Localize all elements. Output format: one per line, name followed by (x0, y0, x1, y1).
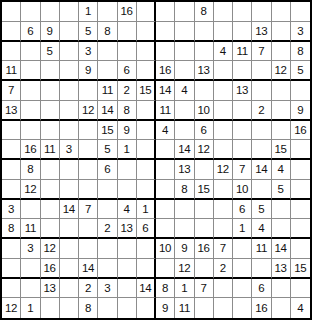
cell-r11c11[interactable] (195, 200, 214, 220)
cell-r2c16[interactable]: 3 (291, 22, 310, 42)
cell-r15c12[interactable] (214, 279, 233, 299)
cell-r14c12[interactable]: 2 (214, 259, 233, 279)
cell-r5c13[interactable]: 13 (233, 81, 252, 101)
cell-r5c10[interactable]: 4 (175, 81, 194, 101)
cell-r12c7[interactable]: 13 (118, 219, 137, 239)
cell-r13c12[interactable]: 7 (214, 239, 233, 259)
cell-r14c14[interactable] (252, 259, 271, 279)
cell-r9c13[interactable]: 7 (233, 160, 252, 180)
cell-r3c12[interactable]: 4 (214, 42, 233, 62)
cell-r14c1[interactable] (2, 259, 21, 279)
cell-r7c11[interactable]: 6 (195, 121, 214, 141)
cell-r13c16[interactable] (291, 239, 310, 259)
cell-r12c3[interactable] (41, 219, 60, 239)
cell-r1c9[interactable] (156, 2, 175, 22)
cell-r10c8[interactable] (137, 180, 156, 200)
cell-r2c6[interactable]: 8 (98, 22, 117, 42)
cell-r2c13[interactable] (233, 22, 252, 42)
cell-r16c9[interactable]: 9 (156, 298, 175, 318)
cell-r13c10[interactable]: 9 (175, 239, 194, 259)
cell-r4c3[interactable] (41, 61, 60, 81)
cell-r16c16[interactable]: 4 (291, 298, 310, 318)
cell-r5c4[interactable] (60, 81, 79, 101)
cell-r13c15[interactable]: 14 (272, 239, 291, 259)
cell-r13c4[interactable] (60, 239, 79, 259)
cell-r15c7[interactable] (118, 279, 137, 299)
cell-r12c12[interactable] (214, 219, 233, 239)
cell-r13c14[interactable]: 11 (252, 239, 271, 259)
cell-r9c15[interactable]: 4 (272, 160, 291, 180)
cell-r6c9[interactable]: 11 (156, 101, 175, 121)
cell-r10c10[interactable]: 8 (175, 180, 194, 200)
cell-r7c6[interactable]: 15 (98, 121, 117, 141)
cell-r2c8[interactable] (137, 22, 156, 42)
cell-r7c1[interactable] (2, 121, 21, 141)
cell-r8c4[interactable]: 3 (60, 140, 79, 160)
cell-r14c3[interactable]: 16 (41, 259, 60, 279)
cell-r12c8[interactable]: 6 (137, 219, 156, 239)
cell-r8c14[interactable] (252, 140, 271, 160)
cell-r6c1[interactable]: 13 (2, 101, 21, 121)
cell-r7c4[interactable] (60, 121, 79, 141)
cell-r16c10[interactable]: 11 (175, 298, 194, 318)
cell-r11c1[interactable]: 3 (2, 200, 21, 220)
cell-r8c1[interactable] (2, 140, 21, 160)
cell-r16c11[interactable] (195, 298, 214, 318)
cell-r14c6[interactable] (98, 259, 117, 279)
cell-r1c4[interactable] (60, 2, 79, 22)
cell-r16c8[interactable] (137, 298, 156, 318)
cell-r1c13[interactable] (233, 2, 252, 22)
cell-r7c15[interactable] (272, 121, 291, 141)
cell-r15c3[interactable]: 13 (41, 279, 60, 299)
cell-r8c16[interactable] (291, 140, 310, 160)
cell-r1c3[interactable] (41, 2, 60, 22)
cell-r1c10[interactable] (175, 2, 194, 22)
cell-r7c12[interactable] (214, 121, 233, 141)
cell-r15c13[interactable] (233, 279, 252, 299)
cell-r13c7[interactable] (118, 239, 137, 259)
cell-r8c15[interactable]: 15 (272, 140, 291, 160)
cell-r6c11[interactable]: 10 (195, 101, 214, 121)
cell-r15c2[interactable] (21, 279, 40, 299)
cell-r10c13[interactable]: 10 (233, 180, 252, 200)
cell-r7c2[interactable] (21, 121, 40, 141)
cell-r5c7[interactable]: 2 (118, 81, 137, 101)
cell-r10c15[interactable]: 5 (272, 180, 291, 200)
cell-r15c5[interactable]: 2 (79, 279, 98, 299)
cell-r4c8[interactable] (137, 61, 156, 81)
cell-r3c10[interactable] (175, 42, 194, 62)
cell-r4c12[interactable] (214, 61, 233, 81)
cell-r11c6[interactable] (98, 200, 117, 220)
cell-r15c1[interactable] (2, 279, 21, 299)
cell-r2c2[interactable]: 6 (21, 22, 40, 42)
cell-r3c15[interactable] (272, 42, 291, 62)
cell-r12c14[interactable]: 4 (252, 219, 271, 239)
cell-r6c13[interactable] (233, 101, 252, 121)
cell-r10c2[interactable]: 12 (21, 180, 40, 200)
cell-r8c8[interactable] (137, 140, 156, 160)
cell-r15c14[interactable]: 6 (252, 279, 271, 299)
cell-r11c13[interactable]: 6 (233, 200, 252, 220)
cell-r14c7[interactable] (118, 259, 137, 279)
cell-r10c9[interactable] (156, 180, 175, 200)
cell-r1c12[interactable] (214, 2, 233, 22)
cell-r11c2[interactable] (21, 200, 40, 220)
cell-r6c5[interactable]: 12 (79, 101, 98, 121)
cell-r4c15[interactable]: 12 (272, 61, 291, 81)
cell-r7c14[interactable] (252, 121, 271, 141)
cell-r2c12[interactable] (214, 22, 233, 42)
cell-r14c5[interactable]: 14 (79, 259, 98, 279)
cell-r12c1[interactable]: 8 (2, 219, 21, 239)
cell-r6c7[interactable]: 8 (118, 101, 137, 121)
cell-r9c9[interactable] (156, 160, 175, 180)
cell-r15c16[interactable] (291, 279, 310, 299)
cell-r10c4[interactable] (60, 180, 79, 200)
cell-r3c3[interactable]: 5 (41, 42, 60, 62)
cell-r6c6[interactable]: 14 (98, 101, 117, 121)
cell-r6c4[interactable] (60, 101, 79, 121)
cell-r5c2[interactable] (21, 81, 40, 101)
cell-r5c9[interactable]: 14 (156, 81, 175, 101)
cell-r16c13[interactable] (233, 298, 252, 318)
cell-r11c8[interactable]: 1 (137, 200, 156, 220)
cell-r13c13[interactable] (233, 239, 252, 259)
cell-r14c4[interactable] (60, 259, 79, 279)
cell-r5c15[interactable] (272, 81, 291, 101)
cell-r12c9[interactable] (156, 219, 175, 239)
cell-r7c16[interactable]: 16 (291, 121, 310, 141)
cell-r10c1[interactable] (2, 180, 21, 200)
cell-r11c10[interactable] (175, 200, 194, 220)
cell-r13c8[interactable] (137, 239, 156, 259)
cell-r16c1[interactable]: 12 (2, 298, 21, 318)
cell-r14c13[interactable] (233, 259, 252, 279)
cell-r8c7[interactable]: 1 (118, 140, 137, 160)
cell-r15c8[interactable]: 14 (137, 279, 156, 299)
cell-r4c5[interactable]: 9 (79, 61, 98, 81)
cell-r7c9[interactable]: 4 (156, 121, 175, 141)
cell-r8c11[interactable]: 12 (195, 140, 214, 160)
cell-r15c4[interactable] (60, 279, 79, 299)
cell-r5c12[interactable] (214, 81, 233, 101)
cell-r15c11[interactable]: 7 (195, 279, 214, 299)
cell-r7c5[interactable] (79, 121, 98, 141)
cell-r1c6[interactable] (98, 2, 117, 22)
cell-r13c9[interactable]: 10 (156, 239, 175, 259)
cell-r16c7[interactable] (118, 298, 137, 318)
cell-r4c7[interactable]: 6 (118, 61, 137, 81)
cell-r9c7[interactable] (118, 160, 137, 180)
cell-r3c16[interactable]: 8 (291, 42, 310, 62)
cell-r9c3[interactable] (41, 160, 60, 180)
cell-r2c4[interactable] (60, 22, 79, 42)
cell-r5c3[interactable] (41, 81, 60, 101)
cell-r15c9[interactable]: 8 (156, 279, 175, 299)
cell-r14c10[interactable]: 12 (175, 259, 194, 279)
cell-r9c14[interactable]: 14 (252, 160, 271, 180)
cell-r8c10[interactable]: 14 (175, 140, 194, 160)
cell-r4c13[interactable] (233, 61, 252, 81)
cell-r9c10[interactable]: 13 (175, 160, 194, 180)
cell-r9c4[interactable] (60, 160, 79, 180)
cell-r2c5[interactable]: 5 (79, 22, 98, 42)
sudoku-board: 1168695813353411781196161312571121514413… (0, 0, 312, 320)
cell-r5c8[interactable]: 15 (137, 81, 156, 101)
cell-r1c1[interactable] (2, 2, 21, 22)
cell-r1c5[interactable]: 1 (79, 2, 98, 22)
cell-r8c2[interactable]: 16 (21, 140, 40, 160)
cell-r10c12[interactable] (214, 180, 233, 200)
cell-r7c8[interactable] (137, 121, 156, 141)
cell-r2c14[interactable]: 13 (252, 22, 271, 42)
cell-r15c15[interactable] (272, 279, 291, 299)
cell-r11c12[interactable] (214, 200, 233, 220)
cell-r3c7[interactable] (118, 42, 137, 62)
cell-r13c6[interactable] (98, 239, 117, 259)
cell-r10c11[interactable]: 15 (195, 180, 214, 200)
cell-r16c3[interactable] (41, 298, 60, 318)
cell-r6c15[interactable] (272, 101, 291, 121)
cell-r1c7[interactable]: 16 (118, 2, 137, 22)
cell-r8c3[interactable]: 11 (41, 140, 60, 160)
cell-r9c2[interactable]: 8 (21, 160, 40, 180)
cell-r13c2[interactable]: 3 (21, 239, 40, 259)
cell-r3c2[interactable] (21, 42, 40, 62)
cell-r2c1[interactable] (2, 22, 21, 42)
cell-r16c14[interactable]: 16 (252, 298, 271, 318)
cell-r12c4[interactable] (60, 219, 79, 239)
cell-r12c10[interactable] (175, 219, 194, 239)
cell-r3c4[interactable] (60, 42, 79, 62)
cell-r4c9[interactable]: 16 (156, 61, 175, 81)
cell-r5c5[interactable] (79, 81, 98, 101)
cell-r11c16[interactable] (291, 200, 310, 220)
cell-r10c16[interactable] (291, 180, 310, 200)
cell-r14c15[interactable]: 13 (272, 259, 291, 279)
cell-r9c12[interactable]: 12 (214, 160, 233, 180)
cell-r3c14[interactable]: 7 (252, 42, 271, 62)
cell-r14c11[interactable] (195, 259, 214, 279)
cell-r9c5[interactable] (79, 160, 98, 180)
cell-r1c2[interactable] (21, 2, 40, 22)
cell-r6c3[interactable] (41, 101, 60, 121)
cell-r1c16[interactable] (291, 2, 310, 22)
cell-r16c4[interactable] (60, 298, 79, 318)
cell-r3c6[interactable] (98, 42, 117, 62)
cell-r9c6[interactable]: 6 (98, 160, 117, 180)
cell-r11c3[interactable] (41, 200, 60, 220)
cell-r6c12[interactable] (214, 101, 233, 121)
cell-r16c6[interactable] (98, 298, 117, 318)
cell-r12c5[interactable] (79, 219, 98, 239)
cell-r16c12[interactable] (214, 298, 233, 318)
cell-r8c12[interactable] (214, 140, 233, 160)
cell-r1c15[interactable] (272, 2, 291, 22)
cell-r4c1[interactable]: 11 (2, 61, 21, 81)
cell-r10c7[interactable] (118, 180, 137, 200)
cell-r9c11[interactable] (195, 160, 214, 180)
cell-r10c6[interactable] (98, 180, 117, 200)
cell-r7c13[interactable] (233, 121, 252, 141)
cell-r7c7[interactable]: 9 (118, 121, 137, 141)
cell-r14c16[interactable]: 15 (291, 259, 310, 279)
cell-r3c11[interactable] (195, 42, 214, 62)
cell-r13c1[interactable] (2, 239, 21, 259)
cell-r4c14[interactable] (252, 61, 271, 81)
cell-r11c5[interactable]: 7 (79, 200, 98, 220)
cell-r2c9[interactable] (156, 22, 175, 42)
cell-r16c15[interactable] (272, 298, 291, 318)
cell-r4c10[interactable] (175, 61, 194, 81)
cell-r5c11[interactable] (195, 81, 214, 101)
cell-r12c13[interactable]: 1 (233, 219, 252, 239)
cell-r2c15[interactable] (272, 22, 291, 42)
cell-r13c11[interactable]: 16 (195, 239, 214, 259)
cell-r8c6[interactable]: 5 (98, 140, 117, 160)
cell-r3c8[interactable] (137, 42, 156, 62)
cell-r2c3[interactable]: 9 (41, 22, 60, 42)
cell-r6c10[interactable] (175, 101, 194, 121)
cell-r6c16[interactable]: 9 (291, 101, 310, 121)
cell-r10c3[interactable] (41, 180, 60, 200)
cell-r6c14[interactable]: 2 (252, 101, 271, 121)
cell-r10c5[interactable] (79, 180, 98, 200)
cell-r3c9[interactable] (156, 42, 175, 62)
cell-r2c11[interactable] (195, 22, 214, 42)
cell-r11c7[interactable]: 4 (118, 200, 137, 220)
cell-r11c15[interactable] (272, 200, 291, 220)
cell-r14c9[interactable] (156, 259, 175, 279)
cell-r2c7[interactable] (118, 22, 137, 42)
cell-r5c1[interactable]: 7 (2, 81, 21, 101)
cell-r4c2[interactable] (21, 61, 40, 81)
cell-r7c3[interactable] (41, 121, 60, 141)
cell-r4c11[interactable]: 13 (195, 61, 214, 81)
cell-r3c1[interactable] (2, 42, 21, 62)
cell-r16c2[interactable]: 1 (21, 298, 40, 318)
cell-r11c4[interactable]: 14 (60, 200, 79, 220)
cell-r3c5[interactable]: 3 (79, 42, 98, 62)
cell-r13c3[interactable]: 12 (41, 239, 60, 259)
cell-r5c14[interactable] (252, 81, 271, 101)
cell-r6c8[interactable] (137, 101, 156, 121)
cell-r14c2[interactable] (21, 259, 40, 279)
cell-r12c6[interactable]: 2 (98, 219, 117, 239)
cell-r13c5[interactable] (79, 239, 98, 259)
cell-r4c6[interactable] (98, 61, 117, 81)
cell-r9c8[interactable] (137, 160, 156, 180)
cell-r8c5[interactable] (79, 140, 98, 160)
cell-r12c2[interactable]: 11 (21, 219, 40, 239)
cell-r1c11[interactable]: 8 (195, 2, 214, 22)
cell-r8c9[interactable] (156, 140, 175, 160)
cell-r14c8[interactable] (137, 259, 156, 279)
cell-r12c16[interactable] (291, 219, 310, 239)
cell-r1c8[interactable] (137, 2, 156, 22)
cell-r1c14[interactable] (252, 2, 271, 22)
cell-r6c2[interactable] (21, 101, 40, 121)
cell-r8c13[interactable] (233, 140, 252, 160)
cell-r15c6[interactable]: 3 (98, 279, 117, 299)
cell-r2c10[interactable] (175, 22, 194, 42)
cell-r11c14[interactable]: 5 (252, 200, 271, 220)
cell-r9c16[interactable] (291, 160, 310, 180)
cell-r10c14[interactable] (252, 180, 271, 200)
cell-r4c4[interactable] (60, 61, 79, 81)
cell-r16c5[interactable]: 8 (79, 298, 98, 318)
cell-r3c13[interactable]: 11 (233, 42, 252, 62)
cell-r5c6[interactable]: 11 (98, 81, 117, 101)
cell-r9c1[interactable] (2, 160, 21, 180)
cell-r15c10[interactable]: 1 (175, 279, 194, 299)
cell-r5c16[interactable] (291, 81, 310, 101)
cell-r4c16[interactable]: 5 (291, 61, 310, 81)
cell-r12c15[interactable] (272, 219, 291, 239)
cell-r12c11[interactable] (195, 219, 214, 239)
cell-r11c9[interactable] (156, 200, 175, 220)
cell-r7c10[interactable] (175, 121, 194, 141)
